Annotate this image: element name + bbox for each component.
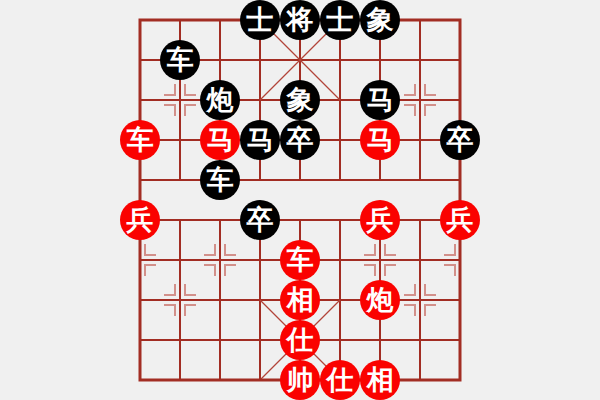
- piece-red-horse-1[interactable]: 马: [200, 120, 240, 160]
- piece-black-soldier-3[interactable]: 卒: [240, 200, 280, 240]
- piece-black-soldier-2[interactable]: 卒: [440, 120, 480, 160]
- piece-red-elephant-1[interactable]: 相: [280, 280, 320, 320]
- piece-red-soldier-3[interactable]: 兵: [440, 200, 480, 240]
- piece-red-advisor-1[interactable]: 仕: [280, 320, 320, 360]
- piece-black-chariot-1[interactable]: 车: [160, 40, 200, 80]
- piece-red-advisor-2[interactable]: 仕: [320, 360, 360, 400]
- xiangqi-board[interactable]: 士将士象车炮象马车马马卒马卒车兵卒兵兵车相炮仕帅仕相: [0, 0, 600, 400]
- piece-black-general[interactable]: 将: [280, 0, 320, 40]
- piece-red-soldier-1[interactable]: 兵: [120, 200, 160, 240]
- piece-black-elephant-1[interactable]: 象: [360, 0, 400, 40]
- piece-black-cannon[interactable]: 炮: [200, 80, 240, 120]
- piece-red-elephant-2[interactable]: 相: [360, 360, 400, 400]
- piece-black-soldier-1[interactable]: 卒: [280, 120, 320, 160]
- piece-red-chariot-1[interactable]: 车: [120, 120, 160, 160]
- piece-black-elephant-2[interactable]: 象: [280, 80, 320, 120]
- piece-black-horse-2[interactable]: 马: [240, 120, 280, 160]
- piece-red-horse-2[interactable]: 马: [360, 120, 400, 160]
- piece-black-horse-1[interactable]: 马: [360, 80, 400, 120]
- piece-black-advisor-1[interactable]: 士: [240, 0, 280, 40]
- piece-black-advisor-2[interactable]: 士: [320, 0, 360, 40]
- piece-black-chariot-2[interactable]: 车: [200, 160, 240, 200]
- piece-red-chariot-2[interactable]: 车: [280, 240, 320, 280]
- piece-red-soldier-2[interactable]: 兵: [360, 200, 400, 240]
- piece-red-cannon[interactable]: 炮: [360, 280, 400, 320]
- piece-red-general[interactable]: 帅: [280, 360, 320, 400]
